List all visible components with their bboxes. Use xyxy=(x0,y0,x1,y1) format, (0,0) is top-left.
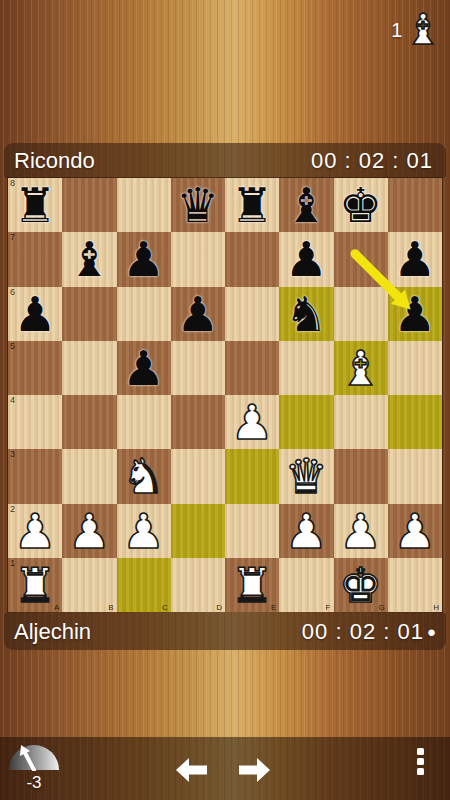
file-label: C xyxy=(162,603,168,612)
square-a5[interactable]: 5 xyxy=(8,341,62,395)
square-d3[interactable] xyxy=(171,449,225,503)
player-clock-top: 00 : 02 : 01 xyxy=(311,148,433,174)
square-c3[interactable]: ♞ xyxy=(117,449,171,503)
piece-white-rook: ♜ xyxy=(231,558,274,612)
piece-white-rook: ♜ xyxy=(14,558,57,612)
square-h5[interactable] xyxy=(388,341,442,395)
piece-white-knight: ♞ xyxy=(122,449,165,503)
square-f4[interactable] xyxy=(279,395,333,449)
square-d8[interactable]: ♛ xyxy=(171,178,225,232)
rank-label: 1 xyxy=(10,558,15,568)
square-g7[interactable] xyxy=(334,232,388,286)
piece-white-pawn: ♟ xyxy=(393,504,436,558)
square-e5[interactable] xyxy=(225,341,279,395)
square-c8[interactable] xyxy=(117,178,171,232)
square-b6[interactable] xyxy=(62,287,116,341)
square-b2[interactable]: ♟ xyxy=(62,504,116,558)
piece-black-pawn: ♟ xyxy=(122,341,165,395)
square-a6[interactable]: ♟6 xyxy=(8,287,62,341)
square-f1[interactable]: F xyxy=(279,558,333,612)
rank-label: 5 xyxy=(10,341,15,351)
piece-black-bishop: ♝ xyxy=(68,232,111,286)
square-c5[interactable]: ♟ xyxy=(117,341,171,395)
square-f5[interactable] xyxy=(279,341,333,395)
file-label: G xyxy=(379,603,385,612)
square-c1[interactable]: C xyxy=(117,558,171,612)
square-f7[interactable]: ♟ xyxy=(279,232,333,286)
chess-board[interactable]: ♜8♛♜♝♚7♝♟♟♟♟6♟♞♟5♟♝4♟3♞♛♟2♟♟♟♟♟♜1ABCD♜EF… xyxy=(8,178,442,612)
captured-white-bishop-icon: ♝ xyxy=(404,4,442,56)
piece-black-pawn: ♟ xyxy=(14,287,57,341)
square-e1[interactable]: ♜E xyxy=(225,558,279,612)
square-e6[interactable] xyxy=(225,287,279,341)
square-a4[interactable]: 4 xyxy=(8,395,62,449)
square-a2[interactable]: ♟2 xyxy=(8,504,62,558)
square-g8[interactable]: ♚ xyxy=(334,178,388,232)
square-g5[interactable]: ♝ xyxy=(334,341,388,395)
square-h4[interactable] xyxy=(388,395,442,449)
square-f3[interactable]: ♛ xyxy=(279,449,333,503)
piece-black-pawn: ♟ xyxy=(393,232,436,286)
square-h3[interactable] xyxy=(388,449,442,503)
file-label: E xyxy=(271,603,276,612)
square-a7[interactable]: 7 xyxy=(8,232,62,286)
square-g2[interactable]: ♟ xyxy=(334,504,388,558)
rank-label: 7 xyxy=(10,232,15,242)
square-d1[interactable]: D xyxy=(171,558,225,612)
square-e4[interactable]: ♟ xyxy=(225,395,279,449)
square-g4[interactable] xyxy=(334,395,388,449)
square-h6[interactable]: ♟ xyxy=(388,287,442,341)
evaluation-value: -3 xyxy=(8,773,60,793)
evaluation-gauge: -3 xyxy=(8,744,60,793)
piece-white-pawn: ♟ xyxy=(122,504,165,558)
captured-pieces-tray: 1 ♝ xyxy=(391,4,442,56)
square-e3[interactable] xyxy=(225,449,279,503)
rank-label: 6 xyxy=(10,287,15,297)
piece-white-queen: ♛ xyxy=(285,449,328,503)
captured-count: 1 xyxy=(391,19,402,42)
square-a1[interactable]: ♜1A xyxy=(8,558,62,612)
piece-black-king: ♚ xyxy=(339,178,382,232)
turn-indicator-bottom: ● xyxy=(427,624,436,639)
square-e2[interactable] xyxy=(225,504,279,558)
square-f2[interactable]: ♟ xyxy=(279,504,333,558)
eval-gauge-icon xyxy=(8,744,60,771)
square-d2[interactable] xyxy=(171,504,225,558)
square-b5[interactable] xyxy=(62,341,116,395)
square-c7[interactable]: ♟ xyxy=(117,232,171,286)
piece-white-pawn: ♟ xyxy=(68,504,111,558)
file-label: B xyxy=(108,603,113,612)
square-a3[interactable]: 3 xyxy=(8,449,62,503)
rank-label: 2 xyxy=(10,504,15,514)
piece-black-rook: ♜ xyxy=(231,178,274,232)
square-d4[interactable] xyxy=(171,395,225,449)
square-d5[interactable] xyxy=(171,341,225,395)
piece-black-rook: ♜ xyxy=(14,178,57,232)
piece-white-pawn: ♟ xyxy=(231,395,274,449)
piece-black-pawn: ♟ xyxy=(122,232,165,286)
square-g3[interactable] xyxy=(334,449,388,503)
square-d7[interactable] xyxy=(171,232,225,286)
piece-black-pawn: ♟ xyxy=(176,287,219,341)
piece-black-knight: ♞ xyxy=(285,287,328,341)
bottom-toolbar: -3 xyxy=(0,737,450,800)
player-bar-top: Ricondo 00 : 02 : 01 xyxy=(4,143,446,178)
rank-label: 3 xyxy=(10,449,15,459)
square-h1[interactable]: H xyxy=(388,558,442,612)
square-g6[interactable] xyxy=(334,287,388,341)
piece-black-pawn: ♟ xyxy=(285,232,328,286)
file-label: D xyxy=(216,603,222,612)
square-f6[interactable]: ♞ xyxy=(279,287,333,341)
square-a8[interactable]: ♜8 xyxy=(8,178,62,232)
square-h2[interactable]: ♟ xyxy=(388,504,442,558)
square-b8[interactable] xyxy=(62,178,116,232)
square-e8[interactable]: ♜ xyxy=(225,178,279,232)
square-d6[interactable]: ♟ xyxy=(171,287,225,341)
square-h8[interactable] xyxy=(388,178,442,232)
square-b1[interactable]: B xyxy=(62,558,116,612)
piece-white-king: ♚ xyxy=(339,558,382,612)
piece-white-bishop: ♝ xyxy=(339,341,382,395)
square-c2[interactable]: ♟ xyxy=(117,504,171,558)
player-name-top: Ricondo xyxy=(14,148,311,174)
piece-white-pawn: ♟ xyxy=(285,504,328,558)
square-b3[interactable] xyxy=(62,449,116,503)
square-b7[interactable]: ♝ xyxy=(62,232,116,286)
file-label: A xyxy=(54,603,59,612)
player-name-bottom: Aljechin xyxy=(14,619,302,645)
square-h7[interactable]: ♟ xyxy=(388,232,442,286)
piece-white-pawn: ♟ xyxy=(14,504,57,558)
overflow-menu-icon[interactable] xyxy=(417,748,424,775)
piece-black-queen: ♛ xyxy=(176,178,219,232)
player-bar-bottom: Aljechin 00 : 02 : 01 ● xyxy=(4,613,446,650)
player-clock-bottom: 00 : 02 : 01 xyxy=(302,619,424,645)
back-button[interactable] xyxy=(176,757,208,783)
rank-label: 8 xyxy=(10,178,15,188)
square-c4[interactable] xyxy=(117,395,171,449)
square-g1[interactable]: ♚G xyxy=(334,558,388,612)
file-label: H xyxy=(433,603,439,612)
square-f8[interactable]: ♝ xyxy=(279,178,333,232)
rank-label: 4 xyxy=(10,395,15,405)
square-b4[interactable] xyxy=(62,395,116,449)
square-c6[interactable] xyxy=(117,287,171,341)
piece-white-pawn: ♟ xyxy=(339,504,382,558)
square-e7[interactable] xyxy=(225,232,279,286)
piece-black-pawn: ♟ xyxy=(393,287,436,341)
piece-black-bishop: ♝ xyxy=(285,178,328,232)
forward-button[interactable] xyxy=(238,757,270,783)
file-label: F xyxy=(326,603,331,612)
